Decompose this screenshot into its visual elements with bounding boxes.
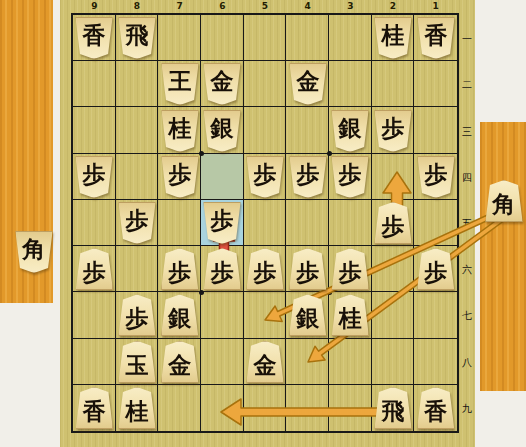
piece-gote-lance-91[interactable]: 香 [75, 17, 113, 59]
piece-shape: 歩 [289, 248, 327, 290]
piece-sente-pawn-25[interactable]: 歩 [374, 202, 412, 244]
piece-kanji: 歩 [246, 159, 284, 189]
square-26[interactable] [372, 246, 415, 292]
file-label-5: 5 [258, 1, 272, 11]
piece-kanji: 金 [161, 350, 199, 380]
piece-gote-king-72[interactable]: 王 [161, 63, 199, 105]
piece-kanji: 金 [203, 66, 241, 96]
piece-kanji: 銀 [289, 303, 327, 333]
square-49[interactable] [286, 385, 329, 431]
piece-shape: 歩 [118, 202, 156, 244]
piece-shape: 歩 [417, 248, 455, 290]
piece-shape: 飛 [118, 17, 156, 59]
file-label-4: 4 [301, 1, 315, 11]
star-point [199, 151, 204, 156]
piece-shape: 王 [161, 63, 199, 105]
piece-shape: 歩 [331, 156, 369, 198]
piece-shape: 桂 [118, 387, 156, 429]
square-97[interactable] [73, 292, 116, 338]
piece-shape: 金 [203, 63, 241, 105]
square-15[interactable] [414, 200, 457, 246]
piece-kanji: 角 [15, 234, 53, 264]
piece-kanji: 歩 [75, 257, 113, 287]
piece-shape: 歩 [246, 248, 284, 290]
piece-shape: 歩 [75, 156, 113, 198]
square-95[interactable] [73, 200, 116, 246]
piece-gote-pawn-14[interactable]: 歩 [417, 156, 455, 198]
piece-sente-pawn-46[interactable]: 歩 [289, 248, 327, 290]
piece-shape: 金 [246, 341, 284, 383]
piece-shape: 角 [15, 231, 53, 273]
piece-shape: 香 [417, 17, 455, 59]
piece-gote-pawn-94[interactable]: 歩 [75, 156, 113, 198]
piece-kanji: 歩 [331, 257, 369, 287]
square-84[interactable] [116, 154, 159, 200]
file-label-9: 9 [87, 1, 101, 11]
piece-shape: 金 [289, 63, 327, 105]
piece-kanji: 歩 [75, 159, 113, 189]
square-57[interactable] [244, 292, 287, 338]
piece-gote-rook-81[interactable]: 飛 [118, 17, 156, 59]
piece-shape: 歩 [417, 156, 455, 198]
piece-sente-gold-58[interactable]: 金 [246, 341, 284, 383]
piece-shape: 歩 [374, 202, 412, 244]
square-83[interactable] [116, 107, 159, 153]
piece-shape: 飛 [374, 387, 412, 429]
piece-sente-lance-99[interactable]: 香 [75, 387, 113, 429]
piece-shape: 歩 [161, 248, 199, 290]
piece-kanji: 歩 [417, 257, 455, 287]
file-label-7: 7 [173, 1, 187, 11]
piece-sente-knight-37[interactable]: 桂 [331, 294, 369, 336]
piece-shape: 桂 [331, 294, 369, 336]
piece-kanji: 桂 [118, 396, 156, 426]
piece-kanji: 歩 [161, 159, 199, 189]
piece-sente-rook-29[interactable]: 飛 [374, 387, 412, 429]
shogi-app: 987654321 一二三四五六七八九 香飛桂香王金金桂銀銀歩歩歩歩歩歩歩歩歩歩… [0, 0, 526, 447]
square-17[interactable] [414, 292, 457, 338]
piece-kanji: 香 [75, 20, 113, 50]
piece-sente-gold-78[interactable]: 金 [161, 341, 199, 383]
square-98[interactable] [73, 339, 116, 385]
piece-gote-pawn-54[interactable]: 歩 [246, 156, 284, 198]
piece-sente-pawn-87[interactable]: 歩 [118, 294, 156, 336]
piece-kanji: 歩 [246, 257, 284, 287]
piece-sente-pawn-36[interactable]: 歩 [331, 248, 369, 290]
rank-label-1: 一 [460, 32, 474, 46]
piece-sente-lance-19[interactable]: 香 [417, 387, 455, 429]
file-label-8: 8 [130, 1, 144, 11]
rank-label-9: 九 [460, 402, 474, 416]
piece-sente-pawn-76[interactable]: 歩 [161, 248, 199, 290]
rank-label-7: 七 [460, 309, 474, 323]
piece-sente-silver-77[interactable]: 銀 [161, 294, 199, 336]
piece-kanji: 歩 [417, 159, 455, 189]
piece-kanji: 香 [417, 20, 455, 50]
piece-shape: 銀 [161, 294, 199, 336]
piece-kanji: 銀 [203, 113, 241, 143]
square-27[interactable] [372, 292, 415, 338]
piece-kanji: 歩 [161, 257, 199, 287]
square-53[interactable] [244, 107, 287, 153]
square-55[interactable] [244, 200, 287, 246]
piece-kanji: 銀 [161, 303, 199, 333]
square-24[interactable] [372, 154, 415, 200]
piece-shape: 歩 [246, 156, 284, 198]
square-61[interactable] [201, 15, 244, 61]
piece-sente-pawn-16[interactable]: 歩 [417, 248, 455, 290]
rank-label-5: 五 [460, 217, 474, 231]
piece-sente-pawn-66[interactable]: 歩 [203, 248, 241, 290]
square-28[interactable] [372, 339, 415, 385]
rank-label-6: 六 [460, 263, 474, 277]
file-label-2: 2 [386, 1, 400, 11]
piece-kanji: 歩 [118, 205, 156, 235]
square-45[interactable] [286, 200, 329, 246]
piece-shape: 歩 [161, 156, 199, 198]
piece-shape: 玉 [118, 341, 156, 383]
piece-sente-pawn-96[interactable]: 歩 [75, 248, 113, 290]
piece-kanji: 歩 [374, 113, 412, 143]
piece-kanji: 金 [246, 350, 284, 380]
piece-kanji: 角 [485, 189, 523, 219]
piece-kanji: 桂 [161, 113, 199, 143]
piece-kanji: 歩 [331, 159, 369, 189]
square-67[interactable] [201, 292, 244, 338]
piece-gote-pawn-85[interactable]: 歩 [118, 202, 156, 244]
square-13[interactable] [414, 107, 457, 153]
square-82[interactable] [116, 61, 159, 107]
piece-kanji: 桂 [374, 20, 412, 50]
piece-kanji: 香 [417, 396, 455, 426]
piece-shape: 歩 [289, 156, 327, 198]
rank-label-4: 四 [460, 171, 474, 185]
piece-sente-king-88[interactable]: 玉 [118, 341, 156, 383]
rank-label-3: 三 [460, 125, 474, 139]
piece-shape: 香 [75, 387, 113, 429]
piece-shape: 銀 [331, 110, 369, 152]
square-31[interactable] [329, 15, 372, 61]
piece-gote-silver-63[interactable]: 銀 [203, 110, 241, 152]
piece-kanji: 桂 [331, 303, 369, 333]
piece-kanji: 王 [161, 66, 199, 96]
square-43[interactable] [286, 107, 329, 153]
piece-shape: 歩 [374, 110, 412, 152]
piece-kanji: 歩 [374, 211, 412, 241]
piece-gote-pawn-44[interactable]: 歩 [289, 156, 327, 198]
piece-kanji: 歩 [289, 257, 327, 287]
piece-gote-silver-33[interactable]: 銀 [331, 110, 369, 152]
file-label-1: 1 [429, 1, 443, 11]
piece-kanji: 歩 [118, 303, 156, 333]
piece-shape: 銀 [203, 110, 241, 152]
piece-gote-pawn-23[interactable]: 歩 [374, 110, 412, 152]
square-79[interactable] [158, 385, 201, 431]
piece-shape: 歩 [203, 202, 241, 244]
square-59[interactable] [244, 385, 287, 431]
square-39[interactable] [329, 385, 372, 431]
square-92[interactable] [73, 61, 116, 107]
piece-shape: 桂 [161, 110, 199, 152]
square-51[interactable] [244, 15, 287, 61]
piece-shape: 桂 [374, 17, 412, 59]
piece-kanji: 飛 [374, 396, 412, 426]
file-label-6: 6 [215, 1, 229, 11]
square-93[interactable] [73, 107, 116, 153]
piece-shape: 歩 [75, 248, 113, 290]
square-48[interactable] [286, 339, 329, 385]
piece-gote-gold-42[interactable]: 金 [289, 63, 327, 105]
hand-piece-sente-bishop[interactable]: 角 [485, 180, 523, 222]
piece-gote-knight-73[interactable]: 桂 [161, 110, 199, 152]
piece-kanji: 玉 [118, 350, 156, 380]
piece-shape: 金 [161, 341, 199, 383]
piece-shape: 香 [75, 17, 113, 59]
piece-sente-pawn-56[interactable]: 歩 [246, 248, 284, 290]
square-64[interactable] [201, 154, 244, 200]
piece-shape: 角 [485, 180, 523, 222]
file-label-3: 3 [343, 1, 357, 11]
piece-kanji: 金 [289, 66, 327, 96]
square-68[interactable] [201, 339, 244, 385]
piece-shape: 歩 [118, 294, 156, 336]
piece-gote-pawn-34[interactable]: 歩 [331, 156, 369, 198]
square-22[interactable] [372, 61, 415, 107]
star-point [199, 290, 204, 295]
piece-sente-knight-89[interactable]: 桂 [118, 387, 156, 429]
piece-kanji: 香 [75, 396, 113, 426]
square-12[interactable] [414, 61, 457, 107]
piece-shape: 歩 [203, 248, 241, 290]
piece-kanji: 歩 [203, 205, 241, 235]
piece-kanji: 歩 [203, 257, 241, 287]
rank-label-2: 二 [460, 78, 474, 92]
square-32[interactable] [329, 61, 372, 107]
piece-shape: 香 [417, 387, 455, 429]
square-69[interactable] [201, 385, 244, 431]
square-52[interactable] [244, 61, 287, 107]
piece-kanji: 銀 [331, 113, 369, 143]
piece-gote-pawn-65[interactable]: 歩 [203, 202, 241, 244]
hand-piece-gote-bishop[interactable]: 角 [15, 231, 53, 273]
piece-shape: 銀 [289, 294, 327, 336]
piece-gote-gold-62[interactable]: 金 [203, 63, 241, 105]
square-41[interactable] [286, 15, 329, 61]
piece-gote-knight-21[interactable]: 桂 [374, 17, 412, 59]
square-86[interactable] [116, 246, 159, 292]
piece-shape: 歩 [331, 248, 369, 290]
piece-gote-lance-11[interactable]: 香 [417, 17, 455, 59]
square-38[interactable] [329, 339, 372, 385]
square-71[interactable] [158, 15, 201, 61]
rank-label-8: 八 [460, 356, 474, 370]
square-35[interactable] [329, 200, 372, 246]
square-75[interactable] [158, 200, 201, 246]
piece-kanji: 飛 [118, 20, 156, 50]
piece-gote-pawn-74[interactable]: 歩 [161, 156, 199, 198]
square-18[interactable] [414, 339, 457, 385]
sente-hand-tray [480, 122, 526, 391]
piece-kanji: 歩 [289, 159, 327, 189]
piece-sente-silver-47[interactable]: 銀 [289, 294, 327, 336]
